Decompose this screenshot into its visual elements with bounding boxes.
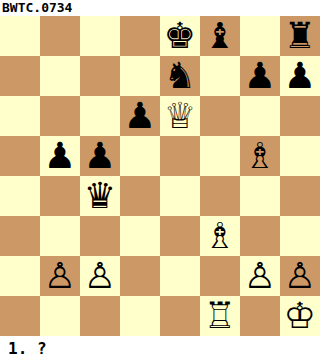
piece-black-knight: ♞	[164, 56, 196, 96]
square-a5[interactable]	[0, 136, 40, 176]
square-d3[interactable]	[120, 216, 160, 256]
piece-white-pawn: ♙	[84, 256, 116, 296]
piece-black-bishop: ♝	[204, 16, 236, 56]
square-f2[interactable]	[200, 256, 240, 296]
square-a8[interactable]	[0, 16, 40, 56]
square-g4[interactable]	[240, 176, 280, 216]
square-g5[interactable]: ♗	[240, 136, 280, 176]
square-d4[interactable]	[120, 176, 160, 216]
square-c7[interactable]	[80, 56, 120, 96]
square-e8[interactable]: ♚	[160, 16, 200, 56]
piece-white-rook: ♖	[204, 296, 236, 336]
square-h6[interactable]	[280, 96, 320, 136]
square-c1[interactable]	[80, 296, 120, 336]
square-h2[interactable]: ♙	[280, 256, 320, 296]
piece-black-pawn: ♟	[244, 56, 276, 96]
square-g3[interactable]	[240, 216, 280, 256]
square-d8[interactable]	[120, 16, 160, 56]
square-b8[interactable]	[40, 16, 80, 56]
piece-white-bishop: ♗	[244, 136, 276, 176]
square-f4[interactable]	[200, 176, 240, 216]
status-bar: 1. ?	[0, 336, 320, 360]
square-e7[interactable]: ♞	[160, 56, 200, 96]
square-b5[interactable]: ♟	[40, 136, 80, 176]
square-e3[interactable]	[160, 216, 200, 256]
square-e5[interactable]	[160, 136, 200, 176]
square-f1[interactable]: ♖	[200, 296, 240, 336]
piece-black-queen: ♛	[84, 176, 116, 216]
square-e6[interactable]: ♕	[160, 96, 200, 136]
square-b1[interactable]	[40, 296, 80, 336]
square-g8[interactable]	[240, 16, 280, 56]
piece-black-rook: ♜	[284, 16, 316, 56]
square-c6[interactable]	[80, 96, 120, 136]
square-c3[interactable]	[80, 216, 120, 256]
square-g2[interactable]: ♙	[240, 256, 280, 296]
square-d6[interactable]: ♟	[120, 96, 160, 136]
square-d7[interactable]	[120, 56, 160, 96]
square-c2[interactable]: ♙	[80, 256, 120, 296]
title-bar: BWTC.0734	[0, 0, 320, 16]
square-h3[interactable]	[280, 216, 320, 256]
piece-white-pawn: ♙	[284, 256, 316, 296]
piece-black-king: ♚	[164, 16, 196, 56]
square-e2[interactable]	[160, 256, 200, 296]
square-f6[interactable]	[200, 96, 240, 136]
square-g7[interactable]: ♟	[240, 56, 280, 96]
square-c4[interactable]: ♛	[80, 176, 120, 216]
piece-white-king: ♔	[284, 296, 316, 336]
square-b3[interactable]	[40, 216, 80, 256]
piece-white-queen: ♕	[164, 96, 196, 136]
piece-black-pawn: ♟	[284, 56, 316, 96]
square-h7[interactable]: ♟	[280, 56, 320, 96]
square-a1[interactable]	[0, 296, 40, 336]
piece-black-pawn: ♟	[124, 96, 156, 136]
piece-white-pawn: ♙	[244, 256, 276, 296]
square-h4[interactable]	[280, 176, 320, 216]
square-d5[interactable]	[120, 136, 160, 176]
piece-white-bishop: ♗	[204, 216, 236, 256]
square-a4[interactable]	[0, 176, 40, 216]
square-g1[interactable]	[240, 296, 280, 336]
piece-black-pawn: ♟	[84, 136, 116, 176]
square-g6[interactable]	[240, 96, 280, 136]
square-f7[interactable]	[200, 56, 240, 96]
square-a6[interactable]	[0, 96, 40, 136]
square-f8[interactable]: ♝	[200, 16, 240, 56]
square-b6[interactable]	[40, 96, 80, 136]
square-b2[interactable]: ♙	[40, 256, 80, 296]
square-c8[interactable]	[80, 16, 120, 56]
square-h8[interactable]: ♜	[280, 16, 320, 56]
puzzle-id-label: BWTC.0734	[0, 0, 72, 16]
square-e1[interactable]	[160, 296, 200, 336]
square-a3[interactable]	[0, 216, 40, 256]
square-e4[interactable]	[160, 176, 200, 216]
chess-board: ♚♝♜♞♟♟♟♕♟♟♗♛♗♙♙♙♙♖♔	[0, 16, 320, 336]
move-prompt: 1. ?	[0, 339, 47, 358]
square-f3[interactable]: ♗	[200, 216, 240, 256]
square-h5[interactable]	[280, 136, 320, 176]
piece-black-pawn: ♟	[44, 136, 76, 176]
square-f5[interactable]	[200, 136, 240, 176]
square-h1[interactable]: ♔	[280, 296, 320, 336]
square-b7[interactable]	[40, 56, 80, 96]
square-a7[interactable]	[0, 56, 40, 96]
square-d1[interactable]	[120, 296, 160, 336]
square-b4[interactable]	[40, 176, 80, 216]
square-a2[interactable]	[0, 256, 40, 296]
piece-white-pawn: ♙	[44, 256, 76, 296]
square-c5[interactable]: ♟	[80, 136, 120, 176]
square-d2[interactable]	[120, 256, 160, 296]
